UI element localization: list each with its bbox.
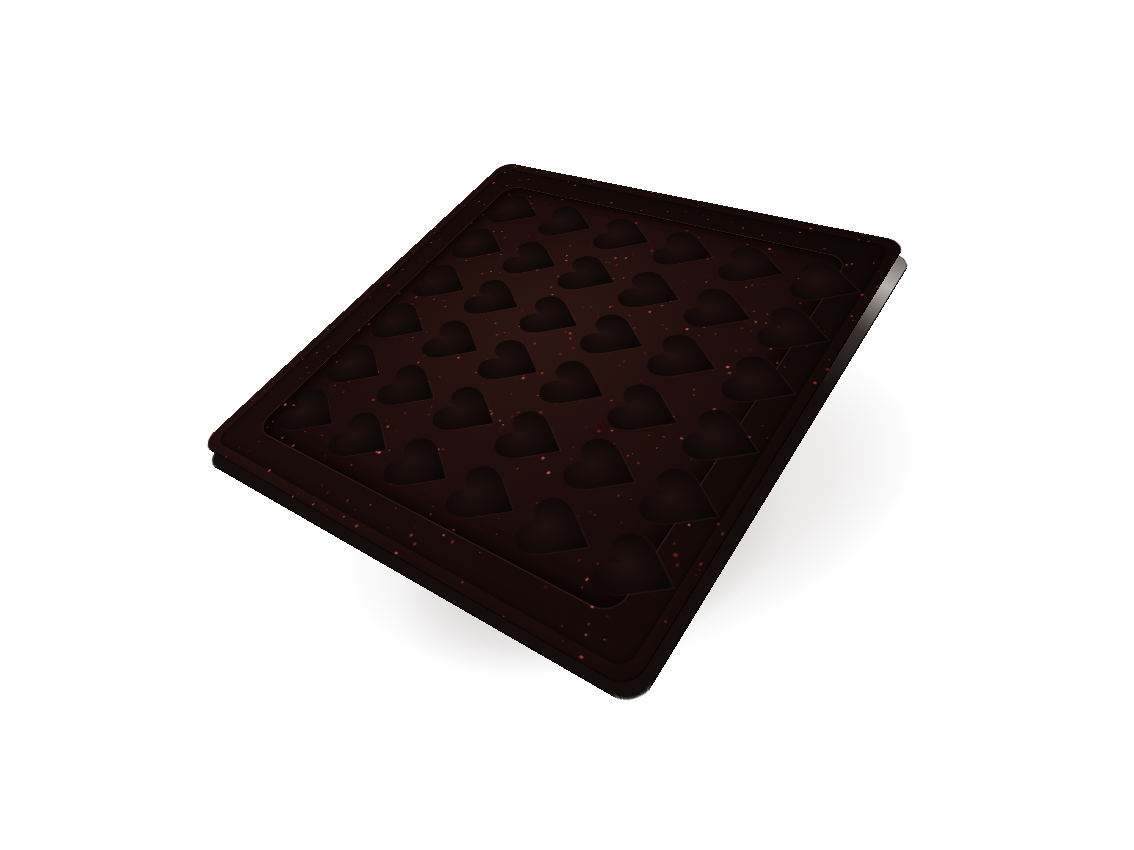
speckle bbox=[434, 227, 437, 229]
speckle bbox=[344, 310, 346, 312]
speckle bbox=[749, 213, 750, 214]
speckle bbox=[327, 329, 330, 331]
speckle bbox=[562, 640, 565, 643]
speckle bbox=[297, 492, 300, 494]
speckle bbox=[460, 581, 464, 584]
speckle bbox=[702, 205, 705, 207]
speckle bbox=[291, 495, 294, 498]
photo-canvas: ♥♥♥♥♥♥♥♥♥♥♥♥♥♥♥♥♥♥♥♥♥♥♥♥♥♥♥♥♥♥♥♥♥♥♥♥ bbox=[0, 0, 1134, 850]
speckle bbox=[354, 524, 358, 527]
speckle bbox=[502, 616, 504, 618]
speckle bbox=[593, 182, 596, 184]
speckle bbox=[536, 171, 539, 173]
speckle bbox=[394, 552, 398, 555]
speckle bbox=[252, 400, 254, 401]
speckle bbox=[326, 509, 328, 511]
speckle bbox=[514, 166, 516, 167]
speckle bbox=[658, 197, 660, 198]
speckle bbox=[817, 224, 821, 226]
speckle bbox=[579, 654, 584, 659]
speckle bbox=[381, 276, 384, 278]
speckle bbox=[225, 456, 227, 458]
speckle bbox=[207, 446, 210, 448]
speckle bbox=[264, 390, 265, 391]
speckle bbox=[342, 515, 345, 518]
speckle bbox=[650, 191, 653, 193]
speckle bbox=[312, 503, 315, 505]
speckle bbox=[861, 233, 864, 235]
speckle bbox=[524, 167, 526, 168]
